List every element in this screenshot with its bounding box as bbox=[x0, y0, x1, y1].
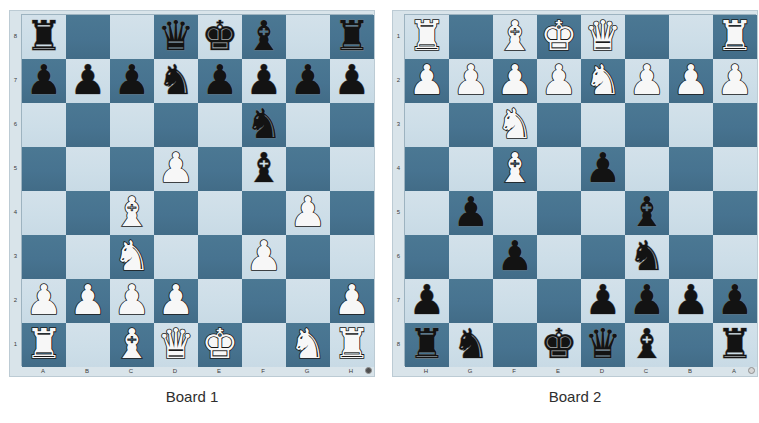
piece-white-pawn[interactable]: ♟ bbox=[334, 280, 371, 321]
square-f7[interactable] bbox=[493, 279, 537, 323]
square-c4[interactable] bbox=[625, 147, 669, 191]
piece-black-rook[interactable]: ♜ bbox=[409, 324, 446, 365]
square-h3[interactable] bbox=[405, 103, 449, 147]
square-f1[interactable] bbox=[242, 323, 286, 367]
square-d3[interactable] bbox=[154, 235, 198, 279]
square-f7[interactable]: ♟ bbox=[242, 59, 286, 103]
square-a6[interactable] bbox=[22, 103, 66, 147]
square-a6[interactable] bbox=[713, 235, 757, 279]
square-f4[interactable] bbox=[242, 191, 286, 235]
square-e1[interactable]: ♚ bbox=[198, 323, 242, 367]
piece-white-pawn[interactable]: ♟ bbox=[114, 280, 151, 321]
square-g4[interactable]: ♟ bbox=[286, 191, 330, 235]
board-2-block: 12345678 ♜♝♚♛♜♟♟♟♟♞♟♟♟♞♝♟♟♝♟♞♟♟♟♟♟♜♞♚♛♝♜… bbox=[392, 10, 758, 405]
piece-black-knight[interactable]: ♞ bbox=[453, 324, 490, 365]
piece-black-pawn[interactable]: ♟ bbox=[585, 148, 622, 189]
piece-white-bishop[interactable]: ♝ bbox=[497, 148, 534, 189]
square-g6[interactable] bbox=[286, 103, 330, 147]
square-a8[interactable]: ♜ bbox=[713, 323, 757, 367]
square-f2[interactable] bbox=[242, 279, 286, 323]
square-b5[interactable] bbox=[669, 191, 713, 235]
square-f6[interactable]: ♟ bbox=[493, 235, 537, 279]
square-d3[interactable] bbox=[581, 103, 625, 147]
square-c8[interactable]: ♝ bbox=[625, 323, 669, 367]
square-g5[interactable] bbox=[286, 147, 330, 191]
square-b2[interactable]: ♟ bbox=[669, 59, 713, 103]
file-label-b: B bbox=[668, 366, 712, 376]
piece-white-pawn[interactable]: ♟ bbox=[497, 60, 534, 101]
square-a5[interactable] bbox=[713, 191, 757, 235]
rank-label-6: 6 bbox=[10, 102, 21, 146]
piece-white-pawn[interactable]: ♟ bbox=[453, 60, 490, 101]
square-g1[interactable]: ♞ bbox=[286, 323, 330, 367]
square-h7[interactable]: ♟ bbox=[330, 59, 374, 103]
square-h7[interactable]: ♟ bbox=[405, 279, 449, 323]
square-d4[interactable]: ♟ bbox=[581, 147, 625, 191]
piece-white-knight[interactable]: ♞ bbox=[497, 104, 534, 145]
file-label-h: H bbox=[404, 366, 448, 376]
square-h4[interactable] bbox=[330, 191, 374, 235]
board-1-turn-indicator bbox=[365, 367, 372, 374]
piece-white-knight[interactable]: ♞ bbox=[290, 324, 327, 365]
file-label-c: C bbox=[109, 366, 153, 376]
square-b7[interactable]: ♟ bbox=[66, 59, 110, 103]
rank-label-8: 8 bbox=[10, 14, 21, 58]
file-label-a: A bbox=[21, 366, 65, 376]
piece-white-rook[interactable]: ♜ bbox=[26, 324, 63, 365]
rank-label-4: 4 bbox=[10, 190, 21, 234]
square-e3[interactable] bbox=[537, 103, 581, 147]
square-g2[interactable]: ♟ bbox=[449, 59, 493, 103]
square-h4[interactable] bbox=[405, 147, 449, 191]
square-f8[interactable]: ♝ bbox=[242, 15, 286, 59]
piece-black-rook[interactable]: ♜ bbox=[26, 16, 63, 57]
square-f3[interactable]: ♞ bbox=[493, 103, 537, 147]
square-a7[interactable]: ♟ bbox=[713, 279, 757, 323]
file-label-f: F bbox=[492, 366, 536, 376]
piece-white-knight[interactable]: ♞ bbox=[585, 60, 622, 101]
piece-black-pawn[interactable]: ♟ bbox=[409, 280, 446, 321]
square-e2[interactable]: ♟ bbox=[537, 59, 581, 103]
piece-white-rook[interactable]: ♜ bbox=[334, 324, 371, 365]
square-h1[interactable]: ♜ bbox=[405, 15, 449, 59]
board-1-file-labels: ABCDEFGH bbox=[21, 366, 373, 376]
square-c5[interactable] bbox=[110, 147, 154, 191]
square-d8[interactable]: ♛ bbox=[154, 15, 198, 59]
square-f6[interactable]: ♞ bbox=[242, 103, 286, 147]
piece-black-pawn[interactable]: ♟ bbox=[290, 60, 327, 101]
square-c7[interactable]: ♟ bbox=[110, 59, 154, 103]
board-1-frame: 87654321 ♜♛♚♝♜♟♟♟♞♟♟♟♟♞♟♝♝♟♞♟♟♟♟♟♟♜♝♛♚♞♜… bbox=[9, 10, 375, 377]
square-b8[interactable] bbox=[669, 323, 713, 367]
square-g4[interactable] bbox=[449, 147, 493, 191]
file-label-g: G bbox=[448, 366, 492, 376]
piece-black-pawn[interactable]: ♟ bbox=[202, 60, 239, 101]
rank-label-5: 5 bbox=[10, 146, 21, 190]
square-e5[interactable] bbox=[537, 191, 581, 235]
piece-black-king[interactable]: ♚ bbox=[541, 324, 578, 365]
file-label-d: D bbox=[580, 366, 624, 376]
square-d6[interactable] bbox=[154, 103, 198, 147]
rank-label-3: 3 bbox=[393, 102, 404, 146]
piece-black-pawn[interactable]: ♟ bbox=[717, 280, 754, 321]
square-d1[interactable]: ♛ bbox=[154, 323, 198, 367]
square-h2[interactable]: ♟ bbox=[405, 59, 449, 103]
square-b1[interactable] bbox=[66, 323, 110, 367]
piece-white-pawn[interactable]: ♟ bbox=[541, 60, 578, 101]
square-b7[interactable]: ♟ bbox=[669, 279, 713, 323]
piece-black-bishop[interactable]: ♝ bbox=[629, 192, 666, 233]
piece-black-pawn[interactable]: ♟ bbox=[453, 192, 490, 233]
board-1-grid: ♜♛♚♝♜♟♟♟♞♟♟♟♟♞♟♝♝♟♞♟♟♟♟♟♟♜♝♛♚♞♜ bbox=[21, 14, 373, 366]
square-c2[interactable]: ♟ bbox=[625, 59, 669, 103]
piece-white-queen[interactable]: ♛ bbox=[585, 16, 622, 57]
piece-black-pawn[interactable]: ♟ bbox=[497, 236, 534, 277]
rank-label-7: 7 bbox=[393, 278, 404, 322]
square-h6[interactable] bbox=[405, 235, 449, 279]
square-d4[interactable] bbox=[154, 191, 198, 235]
piece-white-king[interactable]: ♚ bbox=[202, 324, 239, 365]
piece-black-rook[interactable]: ♜ bbox=[717, 324, 754, 365]
piece-white-king[interactable]: ♚ bbox=[541, 16, 578, 57]
piece-white-rook[interactable]: ♜ bbox=[409, 16, 446, 57]
square-f3[interactable]: ♟ bbox=[242, 235, 286, 279]
board-2-frame: 12345678 ♜♝♚♛♜♟♟♟♟♞♟♟♟♞♝♟♟♝♟♞♟♟♟♟♟♜♞♚♛♝♜… bbox=[392, 10, 758, 377]
square-g6[interactable] bbox=[449, 235, 493, 279]
piece-white-pawn[interactable]: ♟ bbox=[158, 280, 195, 321]
piece-white-pawn[interactable]: ♟ bbox=[717, 60, 754, 101]
square-b3[interactable] bbox=[66, 235, 110, 279]
square-d1[interactable]: ♛ bbox=[581, 15, 625, 59]
piece-black-knight[interactable]: ♞ bbox=[246, 104, 283, 145]
piece-white-knight[interactable]: ♞ bbox=[114, 236, 151, 277]
piece-black-knight[interactable]: ♞ bbox=[158, 60, 195, 101]
rank-label-3: 3 bbox=[10, 234, 21, 278]
piece-black-queen[interactable]: ♛ bbox=[585, 324, 622, 365]
square-g1[interactable] bbox=[449, 15, 493, 59]
rank-label-4: 4 bbox=[393, 146, 404, 190]
square-d5[interactable] bbox=[581, 191, 625, 235]
square-c4[interactable]: ♝ bbox=[110, 191, 154, 235]
square-h5[interactable] bbox=[330, 147, 374, 191]
rank-label-7: 7 bbox=[10, 58, 21, 102]
square-e8[interactable]: ♚ bbox=[537, 323, 581, 367]
square-g2[interactable] bbox=[286, 279, 330, 323]
piece-white-pawn[interactable]: ♟ bbox=[70, 280, 107, 321]
square-g3[interactable] bbox=[449, 103, 493, 147]
rank-label-6: 6 bbox=[393, 234, 404, 278]
square-h1[interactable]: ♜ bbox=[330, 323, 374, 367]
square-e5[interactable] bbox=[198, 147, 242, 191]
square-f1[interactable]: ♝ bbox=[493, 15, 537, 59]
square-c6[interactable] bbox=[110, 103, 154, 147]
piece-black-pawn[interactable]: ♟ bbox=[26, 60, 63, 101]
square-d8[interactable]: ♛ bbox=[581, 323, 625, 367]
board-1-rank-labels: 87654321 bbox=[10, 14, 21, 366]
file-label-e: E bbox=[197, 366, 241, 376]
square-b4[interactable] bbox=[66, 191, 110, 235]
square-c6[interactable]: ♞ bbox=[625, 235, 669, 279]
board-2-file-labels: HGFEDCBA bbox=[404, 366, 756, 376]
piece-white-pawn[interactable]: ♟ bbox=[246, 236, 283, 277]
file-label-g: G bbox=[285, 366, 329, 376]
square-e1[interactable]: ♚ bbox=[537, 15, 581, 59]
square-a1[interactable]: ♜ bbox=[22, 323, 66, 367]
square-b6[interactable] bbox=[66, 103, 110, 147]
square-c7[interactable]: ♟ bbox=[625, 279, 669, 323]
square-c8[interactable] bbox=[110, 15, 154, 59]
file-label-f: F bbox=[241, 366, 285, 376]
piece-black-bishop[interactable]: ♝ bbox=[246, 16, 283, 57]
square-b5[interactable] bbox=[66, 147, 110, 191]
square-f4[interactable]: ♝ bbox=[493, 147, 537, 191]
square-b4[interactable] bbox=[669, 147, 713, 191]
piece-white-pawn[interactable]: ♟ bbox=[409, 60, 446, 101]
square-a3[interactable] bbox=[713, 103, 757, 147]
piece-black-pawn[interactable]: ♟ bbox=[114, 60, 151, 101]
piece-black-rook[interactable]: ♜ bbox=[334, 16, 371, 57]
square-c5[interactable]: ♝ bbox=[625, 191, 669, 235]
square-g3[interactable] bbox=[286, 235, 330, 279]
square-h8[interactable]: ♜ bbox=[405, 323, 449, 367]
square-b2[interactable]: ♟ bbox=[66, 279, 110, 323]
piece-black-pawn[interactable]: ♟ bbox=[334, 60, 371, 101]
square-b8[interactable] bbox=[66, 15, 110, 59]
piece-black-pawn[interactable]: ♟ bbox=[673, 280, 710, 321]
board-2-turn-indicator bbox=[748, 367, 755, 374]
square-f5[interactable]: ♝ bbox=[242, 147, 286, 191]
file-label-d: D bbox=[153, 366, 197, 376]
square-a2[interactable]: ♟ bbox=[22, 279, 66, 323]
board-2-caption: Board 2 bbox=[392, 388, 758, 405]
square-c3[interactable]: ♞ bbox=[110, 235, 154, 279]
square-a4[interactable] bbox=[22, 191, 66, 235]
square-c1[interactable] bbox=[625, 15, 669, 59]
square-d7[interactable]: ♞ bbox=[154, 59, 198, 103]
square-h3[interactable] bbox=[330, 235, 374, 279]
square-d7[interactable]: ♟ bbox=[581, 279, 625, 323]
square-d6[interactable] bbox=[581, 235, 625, 279]
square-g7[interactable]: ♟ bbox=[286, 59, 330, 103]
square-c3[interactable] bbox=[625, 103, 669, 147]
square-g5[interactable]: ♟ bbox=[449, 191, 493, 235]
square-e7[interactable]: ♟ bbox=[198, 59, 242, 103]
rank-label-5: 5 bbox=[393, 190, 404, 234]
file-label-c: C bbox=[624, 366, 668, 376]
square-d2[interactable]: ♟ bbox=[154, 279, 198, 323]
square-g8[interactable] bbox=[286, 15, 330, 59]
square-e3[interactable] bbox=[198, 235, 242, 279]
square-e6[interactable] bbox=[537, 235, 581, 279]
rank-label-2: 2 bbox=[10, 278, 21, 322]
piece-black-bishop[interactable]: ♝ bbox=[629, 324, 666, 365]
square-d2[interactable]: ♞ bbox=[581, 59, 625, 103]
piece-black-pawn[interactable]: ♟ bbox=[246, 60, 283, 101]
square-h6[interactable] bbox=[330, 103, 374, 147]
piece-black-king[interactable]: ♚ bbox=[202, 16, 239, 57]
square-a7[interactable]: ♟ bbox=[22, 59, 66, 103]
square-h5[interactable] bbox=[405, 191, 449, 235]
piece-white-pawn[interactable]: ♟ bbox=[26, 280, 63, 321]
square-e8[interactable]: ♚ bbox=[198, 15, 242, 59]
square-b3[interactable] bbox=[669, 103, 713, 147]
boards-container: 87654321 ♜♛♚♝♜♟♟♟♞♟♟♟♟♞♟♝♝♟♞♟♟♟♟♟♟♜♝♛♚♞♜… bbox=[0, 0, 759, 405]
square-a5[interactable] bbox=[22, 147, 66, 191]
square-c1[interactable]: ♝ bbox=[110, 323, 154, 367]
rank-label-1: 1 bbox=[10, 322, 21, 366]
rank-label-2: 2 bbox=[393, 58, 404, 102]
file-label-e: E bbox=[536, 366, 580, 376]
square-e4[interactable] bbox=[198, 191, 242, 235]
square-h8[interactable]: ♜ bbox=[330, 15, 374, 59]
piece-white-bishop[interactable]: ♝ bbox=[114, 192, 151, 233]
rank-label-1: 1 bbox=[393, 14, 404, 58]
square-a2[interactable]: ♟ bbox=[713, 59, 757, 103]
board-1-caption: Board 1 bbox=[9, 388, 375, 405]
board-1-block: 87654321 ♜♛♚♝♜♟♟♟♞♟♟♟♟♞♟♝♝♟♞♟♟♟♟♟♟♜♝♛♚♞♜… bbox=[9, 10, 375, 405]
piece-white-rook[interactable]: ♜ bbox=[717, 16, 754, 57]
piece-white-pawn[interactable]: ♟ bbox=[290, 192, 327, 233]
piece-black-pawn[interactable]: ♟ bbox=[70, 60, 107, 101]
square-a4[interactable] bbox=[713, 147, 757, 191]
square-e6[interactable] bbox=[198, 103, 242, 147]
square-a3[interactable] bbox=[22, 235, 66, 279]
piece-black-pawn[interactable]: ♟ bbox=[585, 280, 622, 321]
square-g8[interactable]: ♞ bbox=[449, 323, 493, 367]
piece-white-bishop[interactable]: ♝ bbox=[497, 16, 534, 57]
piece-black-pawn[interactable]: ♟ bbox=[629, 280, 666, 321]
square-e4[interactable] bbox=[537, 147, 581, 191]
square-b6[interactable] bbox=[669, 235, 713, 279]
square-a1[interactable]: ♜ bbox=[713, 15, 757, 59]
board-2-rank-labels: 12345678 bbox=[393, 14, 404, 366]
square-a8[interactable]: ♜ bbox=[22, 15, 66, 59]
board-2-grid: ♜♝♚♛♜♟♟♟♟♞♟♟♟♞♝♟♟♝♟♞♟♟♟♟♟♜♞♚♛♝♜ bbox=[404, 14, 756, 366]
square-c2[interactable]: ♟ bbox=[110, 279, 154, 323]
square-f8[interactable] bbox=[493, 323, 537, 367]
piece-white-pawn[interactable]: ♟ bbox=[673, 60, 710, 101]
square-e7[interactable] bbox=[537, 279, 581, 323]
square-f2[interactable]: ♟ bbox=[493, 59, 537, 103]
piece-black-queen[interactable]: ♛ bbox=[158, 16, 195, 57]
piece-white-pawn[interactable]: ♟ bbox=[629, 60, 666, 101]
square-g7[interactable] bbox=[449, 279, 493, 323]
square-f5[interactable] bbox=[493, 191, 537, 235]
piece-white-queen[interactable]: ♛ bbox=[158, 324, 195, 365]
file-label-b: B bbox=[65, 366, 109, 376]
square-e2[interactable] bbox=[198, 279, 242, 323]
square-d5[interactable]: ♟ bbox=[154, 147, 198, 191]
rank-label-8: 8 bbox=[393, 322, 404, 366]
piece-white-pawn[interactable]: ♟ bbox=[158, 148, 195, 189]
piece-white-bishop[interactable]: ♝ bbox=[114, 324, 151, 365]
square-h2[interactable]: ♟ bbox=[330, 279, 374, 323]
square-b1[interactable] bbox=[669, 15, 713, 59]
piece-black-knight[interactable]: ♞ bbox=[629, 236, 666, 277]
piece-black-bishop[interactable]: ♝ bbox=[246, 148, 283, 189]
